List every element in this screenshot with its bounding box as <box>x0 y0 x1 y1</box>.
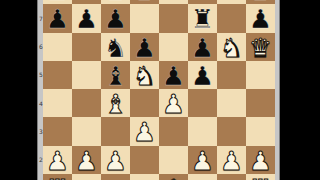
board: ♜♝♛♚♟♟♟♜♟♞♟♟♞♛♝♞♟♟♝♟♟♟♟♟♟♟♟♜♚♜ <box>43 0 275 180</box>
square-e1[interactable]: ♚ <box>159 174 188 180</box>
white-queen[interactable]: ♛ <box>249 35 272 61</box>
square-a6[interactable] <box>43 33 72 61</box>
black-pawn[interactable]: ♟ <box>191 35 214 61</box>
square-c4[interactable]: ♝ <box>101 89 130 117</box>
black-bishop[interactable]: ♝ <box>104 63 127 89</box>
black-pawn[interactable]: ♟ <box>249 6 272 32</box>
square-g1[interactable] <box>217 174 246 180</box>
square-h3[interactable] <box>246 117 275 145</box>
black-pawn[interactable]: ♟ <box>191 63 214 89</box>
square-c3[interactable] <box>101 117 130 145</box>
square-f6[interactable]: ♟ <box>188 33 217 61</box>
square-a3[interactable] <box>43 117 72 145</box>
square-e7[interactable] <box>159 4 188 32</box>
white-knight[interactable]: ♞ <box>220 35 243 61</box>
square-c7[interactable]: ♟ <box>101 4 130 32</box>
square-g3[interactable] <box>217 117 246 145</box>
square-a2[interactable]: ♟ <box>43 146 72 174</box>
square-c2[interactable]: ♟ <box>101 146 130 174</box>
black-pawn[interactable]: ♟ <box>162 63 185 89</box>
square-d6[interactable]: ♟ <box>130 33 159 61</box>
white-pawn[interactable]: ♟ <box>75 148 98 174</box>
white-rook[interactable]: ♜ <box>249 176 272 180</box>
square-h7[interactable]: ♟ <box>246 4 275 32</box>
black-knight[interactable]: ♞ <box>104 35 127 61</box>
square-d4[interactable] <box>130 89 159 117</box>
square-g4[interactable] <box>217 89 246 117</box>
white-bishop[interactable]: ♝ <box>104 91 127 117</box>
black-pawn[interactable]: ♟ <box>75 6 98 32</box>
square-b1[interactable] <box>72 174 101 180</box>
square-f5[interactable]: ♟ <box>188 61 217 89</box>
white-pawn[interactable]: ♟ <box>133 119 156 145</box>
square-c6[interactable]: ♞ <box>101 33 130 61</box>
square-h5[interactable] <box>246 61 275 89</box>
square-h1[interactable]: ♜ <box>246 174 275 180</box>
square-e3[interactable] <box>159 117 188 145</box>
square-b5[interactable] <box>72 61 101 89</box>
square-f3[interactable] <box>188 117 217 145</box>
square-h2[interactable]: ♟ <box>246 146 275 174</box>
square-d2[interactable] <box>130 146 159 174</box>
square-b4[interactable] <box>72 89 101 117</box>
square-c1[interactable] <box>101 174 130 180</box>
white-knight[interactable]: ♞ <box>133 63 156 89</box>
square-a1[interactable]: ♜ <box>43 174 72 180</box>
white-king[interactable]: ♚ <box>162 176 185 180</box>
black-pawn[interactable]: ♟ <box>133 35 156 61</box>
square-g6[interactable]: ♞ <box>217 33 246 61</box>
square-b2[interactable]: ♟ <box>72 146 101 174</box>
square-b6[interactable] <box>72 33 101 61</box>
black-rook[interactable]: ♜ <box>191 6 214 32</box>
black-pawn[interactable]: ♟ <box>46 6 69 32</box>
square-g5[interactable] <box>217 61 246 89</box>
white-rook[interactable]: ♜ <box>46 176 69 180</box>
square-f4[interactable] <box>188 89 217 117</box>
square-e4[interactable]: ♟ <box>159 89 188 117</box>
square-g7[interactable] <box>217 4 246 32</box>
white-pawn[interactable]: ♟ <box>46 148 69 174</box>
square-b3[interactable] <box>72 117 101 145</box>
square-a4[interactable] <box>43 89 72 117</box>
white-pawn[interactable]: ♟ <box>104 148 127 174</box>
square-d7[interactable] <box>130 4 159 32</box>
square-a5[interactable] <box>43 61 72 89</box>
square-a7[interactable]: ♟ <box>43 4 72 32</box>
video-frame: 87654321 ♜♝♛♚♟♟♟♜♟♞♟♟♞♛♝♞♟♟♝♟♟♟♟♟♟♟♟♜♚♜ <box>0 0 320 180</box>
square-f1[interactable] <box>188 174 217 180</box>
square-c5[interactable]: ♝ <box>101 61 130 89</box>
white-pawn[interactable]: ♟ <box>191 148 214 174</box>
square-f2[interactable]: ♟ <box>188 146 217 174</box>
white-pawn[interactable]: ♟ <box>220 148 243 174</box>
white-pawn[interactable]: ♟ <box>249 148 272 174</box>
square-h6[interactable]: ♛ <box>246 33 275 61</box>
square-f7[interactable]: ♜ <box>188 4 217 32</box>
square-e5[interactable]: ♟ <box>159 61 188 89</box>
square-g2[interactable]: ♟ <box>217 146 246 174</box>
square-e2[interactable] <box>159 146 188 174</box>
square-d3[interactable]: ♟ <box>130 117 159 145</box>
white-pawn[interactable]: ♟ <box>162 91 185 117</box>
square-e6[interactable] <box>159 33 188 61</box>
square-b7[interactable]: ♟ <box>72 4 101 32</box>
black-pawn[interactable]: ♟ <box>104 6 127 32</box>
square-d1[interactable] <box>130 174 159 180</box>
square-h4[interactable] <box>246 89 275 117</box>
square-d5[interactable]: ♞ <box>130 61 159 89</box>
